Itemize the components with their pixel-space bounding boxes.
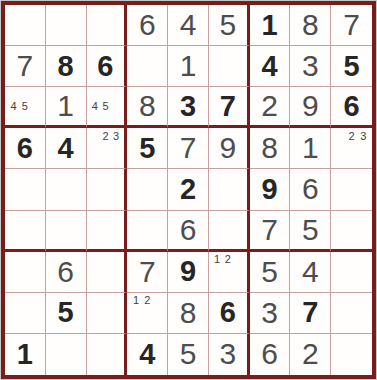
cell-r6c7[interactable]: 7 [250, 211, 291, 252]
cell-r8c9[interactable] [331, 293, 372, 334]
cell-r2c1[interactable]: 7 [5, 46, 46, 87]
cell-value: 7 [180, 133, 197, 163]
cell-r4c7[interactable]: 8 [250, 128, 291, 169]
cell-value: 2 [180, 175, 196, 204]
cell-r1c2[interactable] [46, 5, 87, 46]
cell-r9c2[interactable] [46, 334, 87, 375]
cell-value: 4 [302, 257, 319, 287]
candidate-digit: 2 [346, 130, 358, 142]
cell-r7c3[interactable] [87, 252, 128, 293]
cell-r2c3[interactable]: 6 [87, 46, 128, 87]
candidate-digit: 3 [357, 130, 369, 142]
cell-r6c9[interactable] [331, 211, 372, 252]
candidate-digit: 1 [212, 254, 223, 266]
cell-r4c6[interactable]: 9 [209, 128, 250, 169]
cell-r6c5[interactable]: 6 [168, 211, 209, 252]
cell-r6c4[interactable] [127, 211, 168, 252]
cell-r3c8[interactable]: 9 [290, 87, 331, 128]
cell-r1c6[interactable]: 5 [209, 5, 250, 46]
cell-r1c8[interactable]: 8 [290, 5, 331, 46]
cell-value: 2 [302, 339, 319, 369]
cell-r7c5[interactable]: 9 [168, 252, 209, 293]
cell-value: 8 [302, 10, 319, 40]
cell-value: 8 [261, 133, 278, 163]
cell-r2c4[interactable] [127, 46, 168, 87]
cell-r3c9[interactable]: 6 [331, 87, 372, 128]
candidate-digit: 3 [111, 130, 122, 142]
cell-r5c2[interactable] [46, 169, 87, 210]
cell-value: 9 [180, 257, 196, 286]
cell-value: 9 [219, 133, 236, 163]
cell-value: 6 [57, 257, 74, 287]
pencil-marks: 45 [87, 87, 125, 125]
cell-r6c1[interactable] [5, 211, 46, 252]
cell-value: 4 [261, 52, 277, 81]
cell-r3c3[interactable]: 45 [87, 87, 128, 128]
cell-r1c3[interactable] [87, 5, 128, 46]
cell-r3c6[interactable]: 7 [209, 87, 250, 128]
cell-value: 7 [139, 257, 156, 287]
cell-value: 6 [261, 339, 278, 369]
cell-r3c4[interactable]: 8 [127, 87, 168, 128]
cell-value: 6 [220, 298, 236, 327]
cell-value: 5 [344, 52, 360, 81]
cell-value: 3 [180, 92, 196, 121]
cell-r1c7[interactable]: 1 [250, 5, 291, 46]
cell-r3c2[interactable]: 1 [46, 87, 87, 128]
candidate-digit: 4 [90, 101, 101, 112]
cell-r7c6[interactable]: 12 [209, 252, 250, 293]
cell-r9c3[interactable] [87, 334, 128, 375]
cell-r4c3[interactable]: 23 [87, 128, 128, 169]
cell-r8c4[interactable]: 12 [127, 293, 168, 334]
pencil-marks: 12 [209, 252, 247, 292]
cell-r3c5[interactable]: 3 [168, 87, 209, 128]
cell-r8c7[interactable]: 3 [250, 293, 291, 334]
cell-r1c9[interactable]: 7 [331, 5, 372, 46]
cell-r7c9[interactable] [331, 252, 372, 293]
cell-r9c4[interactable]: 4 [127, 334, 168, 375]
pencil-marks: 23 [331, 128, 372, 168]
cell-r2c9[interactable]: 5 [331, 46, 372, 87]
cell-value: 3 [219, 339, 236, 369]
cell-r4c9[interactable]: 23 [331, 128, 372, 169]
cell-value: 8 [180, 298, 197, 328]
cell-r8c5[interactable]: 8 [168, 293, 209, 334]
cell-value: 3 [302, 51, 319, 81]
cell-value: 6 [97, 52, 113, 81]
cell-value: 5 [261, 257, 278, 287]
cell-value: 7 [261, 215, 278, 245]
cell-r1c1[interactable] [5, 5, 46, 46]
cell-value: 4 [139, 340, 155, 369]
cell-value: 5 [180, 339, 197, 369]
cell-r8c3[interactable] [87, 293, 128, 334]
cell-r4c1[interactable]: 6 [5, 128, 46, 169]
cell-r5c6[interactable] [209, 169, 250, 210]
cell-r2c7[interactable]: 4 [250, 46, 291, 87]
candidate-digit: 1 [130, 295, 141, 307]
cell-r5c1[interactable] [5, 169, 46, 210]
cell-value: 9 [302, 91, 319, 121]
cell-value: 3 [261, 298, 278, 328]
cell-value: 1 [180, 51, 197, 81]
cell-r6c6[interactable] [209, 211, 250, 252]
cell-r8c6[interactable]: 6 [209, 293, 250, 334]
cell-value: 7 [302, 298, 318, 327]
cell-value: 6 [180, 215, 197, 245]
cell-r9c9[interactable] [331, 334, 372, 375]
cell-r1c4[interactable]: 6 [127, 5, 168, 46]
cell-r5c3[interactable] [87, 169, 128, 210]
candidate-digit: 2 [222, 254, 233, 266]
cell-value: 5 [58, 298, 74, 327]
sudoku-app: 6451877861435451458372966423579812329667… [0, 0, 377, 380]
cell-r5c8[interactable]: 6 [290, 169, 331, 210]
cell-value: 8 [139, 91, 156, 121]
cell-value: 6 [139, 10, 156, 40]
cell-r8c2[interactable]: 5 [46, 293, 87, 334]
cell-r3c1[interactable]: 45 [5, 87, 46, 128]
cell-value: 1 [261, 11, 277, 40]
cell-value: 4 [180, 10, 197, 40]
candidate-digit: 5 [19, 101, 30, 112]
cell-r6c2[interactable] [46, 211, 87, 252]
cell-r2c8[interactable]: 3 [290, 46, 331, 87]
cell-r7c7[interactable]: 5 [250, 252, 291, 293]
cell-value: 6 [344, 92, 360, 121]
cell-r9c6[interactable]: 3 [209, 334, 250, 375]
pencil-marks: 12 [127, 293, 167, 333]
cell-value: 6 [302, 174, 319, 204]
cell-r8c8[interactable]: 7 [290, 293, 331, 334]
cell-value: 5 [219, 10, 236, 40]
cell-value: 8 [58, 52, 74, 81]
cell-value: 5 [302, 215, 319, 245]
cell-r4c5[interactable]: 7 [168, 128, 209, 169]
cell-r2c6[interactable] [209, 46, 250, 87]
cell-value: 7 [17, 51, 34, 81]
candidate-digit: 2 [142, 295, 153, 307]
cell-r7c2[interactable]: 6 [46, 252, 87, 293]
cell-r7c4[interactable]: 7 [127, 252, 168, 293]
candidate-digit: 5 [100, 101, 111, 112]
cell-r5c9[interactable] [331, 169, 372, 210]
cell-value: 5 [139, 134, 155, 163]
cell-value: 1 [17, 340, 33, 369]
cell-r5c4[interactable] [127, 169, 168, 210]
cell-value: 2 [261, 91, 278, 121]
cell-r6c3[interactable] [87, 211, 128, 252]
pencil-marks: 23 [87, 128, 125, 168]
cell-r2c2[interactable]: 8 [46, 46, 87, 87]
cell-r7c1[interactable] [5, 252, 46, 293]
cell-value: 4 [58, 134, 74, 163]
cell-value: 1 [57, 91, 74, 121]
cell-r9c8[interactable]: 2 [290, 334, 331, 375]
pencil-marks: 45 [5, 87, 45, 125]
cell-r8c1[interactable] [5, 293, 46, 334]
sudoku-board: 6451877861435451458372966423579812329667… [1, 1, 376, 379]
candidate-digit: 4 [8, 101, 19, 112]
cell-r5c5[interactable]: 2 [168, 169, 209, 210]
candidate-digit: 2 [100, 130, 111, 142]
cell-r2c5[interactable]: 1 [168, 46, 209, 87]
cell-value: 1 [302, 133, 319, 163]
cell-r9c7[interactable]: 6 [250, 334, 291, 375]
cell-value: 6 [17, 134, 33, 163]
cell-r4c8[interactable]: 1 [290, 128, 331, 169]
cell-r4c4[interactable]: 5 [127, 128, 168, 169]
cell-r4c2[interactable]: 4 [46, 128, 87, 169]
cell-r9c5[interactable]: 5 [168, 334, 209, 375]
cell-r5c7[interactable]: 9 [250, 169, 291, 210]
cell-value: 7 [343, 10, 360, 40]
cell-r3c7[interactable]: 2 [250, 87, 291, 128]
cell-value: 7 [220, 92, 236, 121]
cell-value: 9 [261, 175, 277, 204]
cell-r1c5[interactable]: 4 [168, 5, 209, 46]
cell-r6c8[interactable]: 5 [290, 211, 331, 252]
cell-r9c1[interactable]: 1 [5, 334, 46, 375]
cell-r7c8[interactable]: 4 [290, 252, 331, 293]
